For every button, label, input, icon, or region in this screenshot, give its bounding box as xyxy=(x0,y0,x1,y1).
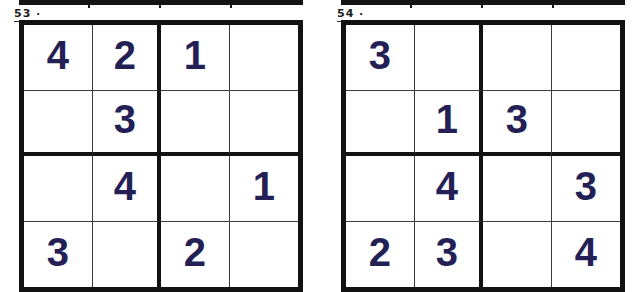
cell-r4c4-empty xyxy=(230,222,299,288)
cell-r3c4-given: 1 xyxy=(230,156,299,222)
cell-r1c2-given: 2 xyxy=(93,25,162,91)
grid-line-stub xyxy=(552,5,554,8)
puzzle-label-53: 53. xyxy=(14,6,40,20)
cell-r1c4-empty xyxy=(230,25,299,91)
cell-r4c4-given: 4 xyxy=(552,222,621,288)
cell-r2c1-empty xyxy=(346,91,415,157)
cell-r4c1-given: 3 xyxy=(24,222,93,288)
cell-r2c2-given: 1 xyxy=(415,91,484,157)
cell-r2c1-empty xyxy=(24,91,93,157)
grid-line-stub xyxy=(230,5,232,8)
puzzle-label-54: 54. xyxy=(337,6,363,20)
cell-r2c2-given: 3 xyxy=(93,91,162,157)
cell-r4c3-empty xyxy=(483,222,552,288)
puzzle-number-dot: . xyxy=(359,6,363,17)
grid-line-stub xyxy=(159,5,161,8)
cell-r1c2-empty xyxy=(415,25,484,91)
cropped-grid-bottom-border-left xyxy=(19,0,303,5)
cell-r1c3-given: 1 xyxy=(161,25,230,91)
sudoku-board-53: 42134132 xyxy=(19,20,303,292)
cell-r4c1-given: 2 xyxy=(346,222,415,288)
cell-r1c4-empty xyxy=(552,25,621,91)
cell-r1c3-empty xyxy=(483,25,552,91)
grid-line-stub xyxy=(88,5,90,8)
cell-r4c3-given: 2 xyxy=(161,222,230,288)
cell-r2c3-given: 3 xyxy=(483,91,552,157)
cell-r3c3-empty xyxy=(161,156,230,222)
cell-r1c1-given: 4 xyxy=(24,25,93,91)
cell-r3c1-empty xyxy=(24,156,93,222)
cell-r3c2-given: 4 xyxy=(415,156,484,222)
cell-r2c4-empty xyxy=(230,91,299,157)
cell-r1c1-given: 3 xyxy=(346,25,415,91)
cropped-grid-bottom-border-right xyxy=(341,0,625,5)
cell-r4c2-given: 3 xyxy=(415,222,484,288)
sudoku-board-54: 31343234 xyxy=(341,20,625,292)
cell-r2c4-empty xyxy=(552,91,621,157)
puzzle-number-dot: . xyxy=(36,6,40,17)
cell-r4c2-empty xyxy=(93,222,162,288)
cell-r3c3-empty xyxy=(483,156,552,222)
cell-r3c1-empty xyxy=(346,156,415,222)
grid-line-stub xyxy=(410,5,412,8)
cell-r3c2-given: 4 xyxy=(93,156,162,222)
cell-r3c4-given: 3 xyxy=(552,156,621,222)
grid-line-stub xyxy=(481,5,483,8)
cell-r2c3-empty xyxy=(161,91,230,157)
